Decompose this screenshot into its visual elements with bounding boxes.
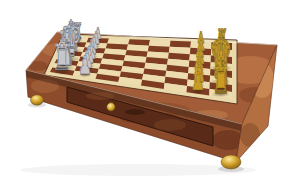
board-square-h6 bbox=[170, 41, 191, 48]
board-square-h2 bbox=[87, 38, 110, 44]
chess-case bbox=[0, 0, 290, 181]
board-square-g8 bbox=[211, 49, 232, 57]
product-photo-chess-set: ♜♟♞♟♟♜♝♟♟♞♚♟♛♟♝♟♝♟♟♚♞♟♟♜♛♟♟♝♟♞♟♜ bbox=[0, 0, 290, 181]
foot-right bbox=[221, 155, 241, 169]
board-square-h5 bbox=[149, 40, 171, 47]
foot-left bbox=[31, 95, 44, 105]
board-square-h8 bbox=[211, 42, 232, 50]
board-square-h4 bbox=[128, 39, 150, 45]
board-square-h7 bbox=[190, 42, 211, 49]
drawer-knob bbox=[107, 103, 116, 112]
